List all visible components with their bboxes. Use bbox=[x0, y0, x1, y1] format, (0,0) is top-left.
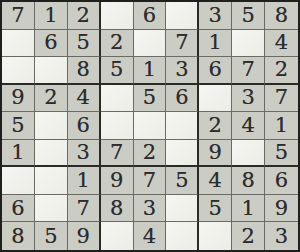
cell-r6c1: 1 bbox=[2, 140, 35, 168]
cell-r8c2[interactable] bbox=[35, 195, 68, 223]
cell-r7c8: 8 bbox=[232, 167, 265, 195]
cell-r5c7: 2 bbox=[199, 112, 232, 140]
cell-r8c8: 1 bbox=[232, 195, 265, 223]
cell-r9c2: 5 bbox=[35, 222, 68, 250]
cell-r4c6: 6 bbox=[166, 85, 199, 113]
cell-r3c8: 7 bbox=[232, 57, 265, 85]
cell-r5c8: 4 bbox=[232, 112, 265, 140]
cell-r1c9: 8 bbox=[265, 2, 298, 30]
cell-r8c6[interactable] bbox=[166, 195, 199, 223]
cell-r1c5: 6 bbox=[134, 2, 167, 30]
cell-r6c6[interactable] bbox=[166, 140, 199, 168]
cell-r9c7[interactable] bbox=[199, 222, 232, 250]
cell-r4c2: 2 bbox=[35, 85, 68, 113]
cell-r6c5: 2 bbox=[134, 140, 167, 168]
cell-r8c1: 6 bbox=[2, 195, 35, 223]
cell-r8c9: 9 bbox=[265, 195, 298, 223]
cell-r3c4: 5 bbox=[101, 57, 134, 85]
cell-r1c6[interactable] bbox=[166, 2, 199, 30]
cell-r1c1: 7 bbox=[2, 2, 35, 30]
cell-r1c8: 5 bbox=[232, 2, 265, 30]
cell-r6c2[interactable] bbox=[35, 140, 68, 168]
cell-r6c7: 9 bbox=[199, 140, 232, 168]
cell-r4c7[interactable] bbox=[199, 85, 232, 113]
sudoku-board: 7126358652714851367292456375624113729519… bbox=[0, 0, 300, 252]
cell-r5c2[interactable] bbox=[35, 112, 68, 140]
cell-r9c9: 3 bbox=[265, 222, 298, 250]
cell-r1c3: 2 bbox=[68, 2, 101, 30]
cell-r4c8: 3 bbox=[232, 85, 265, 113]
cell-r7c1[interactable] bbox=[2, 167, 35, 195]
cell-r3c9: 2 bbox=[265, 57, 298, 85]
cell-r3c6: 3 bbox=[166, 57, 199, 85]
cell-r4c9: 7 bbox=[265, 85, 298, 113]
cell-r7c6: 5 bbox=[166, 167, 199, 195]
cell-r6c8[interactable] bbox=[232, 140, 265, 168]
cell-r9c3: 9 bbox=[68, 222, 101, 250]
cell-r4c5: 5 bbox=[134, 85, 167, 113]
cell-r4c1: 9 bbox=[2, 85, 35, 113]
cell-r1c2: 1 bbox=[35, 2, 68, 30]
cell-r7c5: 7 bbox=[134, 167, 167, 195]
cell-r2c7: 1 bbox=[199, 30, 232, 58]
cell-r2c6: 7 bbox=[166, 30, 199, 58]
cell-r5c4[interactable] bbox=[101, 112, 134, 140]
cell-r7c2[interactable] bbox=[35, 167, 68, 195]
cell-r5c6[interactable] bbox=[166, 112, 199, 140]
cell-r3c1[interactable] bbox=[2, 57, 35, 85]
cell-r5c3: 6 bbox=[68, 112, 101, 140]
cell-r4c3: 4 bbox=[68, 85, 101, 113]
cell-r7c3: 1 bbox=[68, 167, 101, 195]
cell-r1c4[interactable] bbox=[101, 2, 134, 30]
cell-r3c2[interactable] bbox=[35, 57, 68, 85]
cell-r5c9: 1 bbox=[265, 112, 298, 140]
cell-r7c7: 4 bbox=[199, 167, 232, 195]
cell-r2c1[interactable] bbox=[2, 30, 35, 58]
cell-r2c8[interactable] bbox=[232, 30, 265, 58]
cell-r9c6[interactable] bbox=[166, 222, 199, 250]
cell-r8c4: 8 bbox=[101, 195, 134, 223]
cell-r7c9: 6 bbox=[265, 167, 298, 195]
cell-r3c3: 8 bbox=[68, 57, 101, 85]
cell-r3c5: 1 bbox=[134, 57, 167, 85]
cell-r9c4[interactable] bbox=[101, 222, 134, 250]
cell-r2c2: 6 bbox=[35, 30, 68, 58]
cell-r7c4: 9 bbox=[101, 167, 134, 195]
cell-r9c1: 8 bbox=[2, 222, 35, 250]
cell-r2c5[interactable] bbox=[134, 30, 167, 58]
cell-r8c3: 7 bbox=[68, 195, 101, 223]
cell-r2c3: 5 bbox=[68, 30, 101, 58]
cell-r2c4: 2 bbox=[101, 30, 134, 58]
cell-r5c1: 5 bbox=[2, 112, 35, 140]
cell-r9c8: 2 bbox=[232, 222, 265, 250]
cell-r6c4: 7 bbox=[101, 140, 134, 168]
cell-r6c3: 3 bbox=[68, 140, 101, 168]
cell-r6c9: 5 bbox=[265, 140, 298, 168]
cell-r4c4[interactable] bbox=[101, 85, 134, 113]
cell-r3c7: 6 bbox=[199, 57, 232, 85]
cell-r1c7: 3 bbox=[199, 2, 232, 30]
cell-r8c7: 5 bbox=[199, 195, 232, 223]
cell-r2c9: 4 bbox=[265, 30, 298, 58]
cell-r8c5: 3 bbox=[134, 195, 167, 223]
cell-r5c5[interactable] bbox=[134, 112, 167, 140]
cell-r9c5: 4 bbox=[134, 222, 167, 250]
